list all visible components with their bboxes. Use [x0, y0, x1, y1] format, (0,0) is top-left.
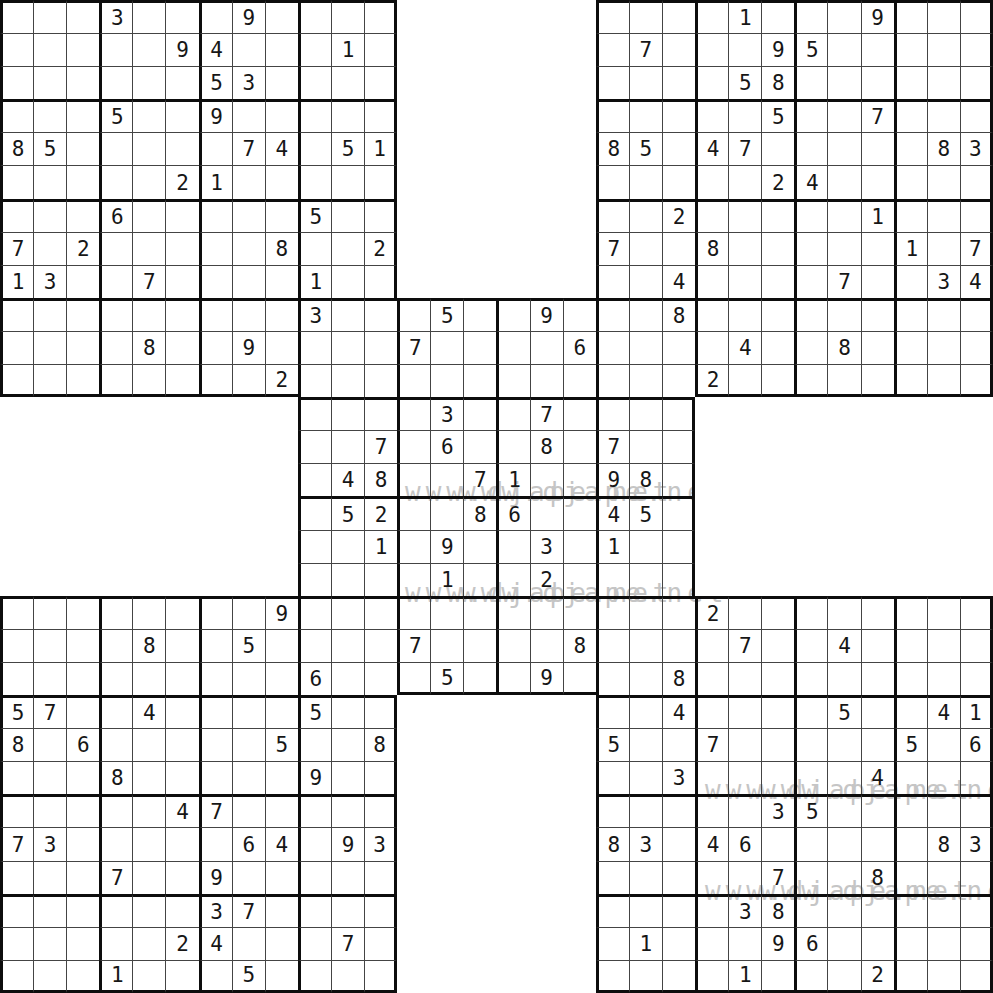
cell-r22c25	[794, 695, 827, 728]
cell-r12c4	[99, 364, 132, 397]
cell-r2c27	[861, 33, 894, 66]
cell-r14c28	[894, 430, 927, 463]
cell-r8c14	[430, 232, 463, 265]
cell-r24c5	[132, 761, 165, 794]
cell-r8c3: 2	[66, 232, 99, 265]
cell-r5c14	[430, 132, 463, 165]
cell-r13c1	[0, 397, 33, 430]
cell-r11c12	[364, 331, 397, 364]
cell-r9c9	[265, 265, 298, 298]
cell-r26c12: 3	[364, 827, 397, 860]
cell-r22c7	[199, 695, 232, 728]
cell-r18c20	[629, 563, 662, 596]
cell-r8c11	[331, 232, 364, 265]
cell-r24c28	[894, 761, 927, 794]
cell-r21c4	[99, 662, 132, 695]
cell-r12c27	[861, 364, 894, 397]
cell-r27c10	[298, 861, 331, 894]
cell-r13c5	[132, 397, 165, 430]
cell-r13c22	[695, 397, 728, 430]
cell-r28c13	[397, 894, 430, 927]
cell-r15c13	[397, 463, 430, 496]
cell-r17c21	[662, 530, 695, 563]
cell-r4c11	[331, 99, 364, 132]
cell-r10c16	[496, 298, 529, 331]
cell-r3c18	[563, 66, 596, 99]
cell-r1c27: 9	[861, 0, 894, 33]
cell-r23c23	[728, 728, 761, 761]
cell-r23c21	[662, 728, 695, 761]
cell-r28c8: 7	[232, 894, 265, 927]
cell-r24c22	[695, 761, 728, 794]
cell-r23c27	[861, 728, 894, 761]
cell-r21c18	[563, 662, 596, 695]
cell-r22c19	[596, 695, 629, 728]
cell-r20c9	[265, 629, 298, 662]
cell-r23c24	[761, 728, 794, 761]
cell-r1c4: 3	[99, 0, 132, 33]
cell-r29c10	[298, 927, 331, 960]
cell-r4c18	[563, 99, 596, 132]
cell-r1c25	[794, 0, 827, 33]
cell-r27c11	[331, 861, 364, 894]
cell-r22c5: 4	[132, 695, 165, 728]
cell-r8c25	[794, 232, 827, 265]
cell-r9c12	[364, 265, 397, 298]
cell-r15c8	[232, 463, 265, 496]
cell-r22c11	[331, 695, 364, 728]
cell-r27c12	[364, 861, 397, 894]
cell-r4c1	[0, 99, 33, 132]
cell-r11c23: 4	[728, 331, 761, 364]
cell-r10c1	[0, 298, 33, 331]
cell-r20c20	[629, 629, 662, 662]
cell-r9c30: 4	[960, 265, 993, 298]
cell-r15c11: 4	[331, 463, 364, 496]
cell-r4c5	[132, 99, 165, 132]
cell-r30c9	[265, 960, 298, 993]
cell-r24c12	[364, 761, 397, 794]
cell-r14c16	[496, 430, 529, 463]
cell-r23c22: 7	[695, 728, 728, 761]
cell-r22c28	[894, 695, 927, 728]
cell-r8c1: 7	[0, 232, 33, 265]
cell-r17c25	[794, 530, 827, 563]
cell-r2c9	[265, 33, 298, 66]
cell-r13c29	[927, 397, 960, 430]
cell-r20c8: 5	[232, 629, 265, 662]
cell-r11c28	[894, 331, 927, 364]
cell-r13c4	[99, 397, 132, 430]
cell-r18c3	[66, 563, 99, 596]
cell-r21c8	[232, 662, 265, 695]
cell-r7c7	[199, 199, 232, 232]
cell-r17c17: 3	[530, 530, 563, 563]
cell-r29c16	[496, 927, 529, 960]
cell-r21c28	[894, 662, 927, 695]
cell-r9c11	[331, 265, 364, 298]
cell-r2c15	[463, 33, 496, 66]
cell-r3c26	[827, 66, 860, 99]
cell-r21c6	[165, 662, 198, 695]
cell-r29c5	[132, 927, 165, 960]
cell-r27c17	[530, 861, 563, 894]
cell-r15c21	[662, 463, 695, 496]
cell-r13c27	[861, 397, 894, 430]
cell-r27c13	[397, 861, 430, 894]
cell-r11c25	[794, 331, 827, 364]
cell-r18c26	[827, 563, 860, 596]
cell-r2c17	[530, 33, 563, 66]
cell-r18c30	[960, 563, 993, 596]
cell-r26c13	[397, 827, 430, 860]
cell-r13c20	[629, 397, 662, 430]
cell-r29c11: 7	[331, 927, 364, 960]
cell-r7c28	[894, 199, 927, 232]
cell-r13c12	[364, 397, 397, 430]
cell-r20c26: 4	[827, 629, 860, 662]
cell-r19c17	[530, 596, 563, 629]
cell-r28c15	[463, 894, 496, 927]
cell-r19c20	[629, 596, 662, 629]
cell-r9c28	[894, 265, 927, 298]
cell-r1c14	[430, 0, 463, 33]
cell-r14c13	[397, 430, 430, 463]
cell-r26c21	[662, 827, 695, 860]
cell-r11c10	[298, 331, 331, 364]
cell-r29c18	[563, 927, 596, 960]
cell-r14c2	[33, 430, 66, 463]
cell-r7c29	[927, 199, 960, 232]
cell-r11c2	[33, 331, 66, 364]
cell-r2c13	[397, 33, 430, 66]
cell-r23c6	[165, 728, 198, 761]
cell-r13c11	[331, 397, 364, 430]
cell-r29c27	[861, 927, 894, 960]
cell-r7c26	[827, 199, 860, 232]
cell-r30c4: 1	[99, 960, 132, 993]
cell-r17c5	[132, 530, 165, 563]
cell-r17c11	[331, 530, 364, 563]
cell-r18c2	[33, 563, 66, 596]
cell-r17c22	[695, 530, 728, 563]
cell-r19c16	[496, 596, 529, 629]
cell-r20c13: 7	[397, 629, 430, 662]
cell-r28c19	[596, 894, 629, 927]
cell-r21c3	[66, 662, 99, 695]
cell-r22c29: 4	[927, 695, 960, 728]
cell-r18c13	[397, 563, 430, 596]
cell-r10c24	[761, 298, 794, 331]
cell-r19c12	[364, 596, 397, 629]
cell-r19c13	[397, 596, 430, 629]
cell-r21c9	[265, 662, 298, 695]
cell-r14c26	[827, 430, 860, 463]
cell-r17c27	[861, 530, 894, 563]
cell-r13c30	[960, 397, 993, 430]
cell-r25c28	[894, 794, 927, 827]
cell-r4c4: 5	[99, 99, 132, 132]
cell-r7c16	[496, 199, 529, 232]
cell-r24c23	[728, 761, 761, 794]
cell-r1c1	[0, 0, 33, 33]
cell-r6c12	[364, 165, 397, 198]
cell-r7c18	[563, 199, 596, 232]
cell-r19c10	[298, 596, 331, 629]
cell-r22c20	[629, 695, 662, 728]
cell-r23c1: 8	[0, 728, 33, 761]
cell-r19c3	[66, 596, 99, 629]
cell-r5c2: 5	[33, 132, 66, 165]
cell-r30c20	[629, 960, 662, 993]
cell-r29c1	[0, 927, 33, 960]
cell-r1c23: 1	[728, 0, 761, 33]
cell-r25c26	[827, 794, 860, 827]
cell-r29c6: 2	[165, 927, 198, 960]
cell-r12c8	[232, 364, 265, 397]
cell-r23c7	[199, 728, 232, 761]
cell-r14c20	[629, 430, 662, 463]
cell-r13c10	[298, 397, 331, 430]
cell-r5c29: 8	[927, 132, 960, 165]
cell-r5c3	[66, 132, 99, 165]
cell-r8c7	[199, 232, 232, 265]
cell-r17c9	[265, 530, 298, 563]
cell-r10c3	[66, 298, 99, 331]
cell-r29c25: 6	[794, 927, 827, 960]
cell-r20c17	[530, 629, 563, 662]
cell-r1c7	[199, 0, 232, 33]
cell-r13c13	[397, 397, 430, 430]
cell-r25c15	[463, 794, 496, 827]
cell-r22c14	[430, 695, 463, 728]
cell-r1c5	[132, 0, 165, 33]
cell-r26c18	[563, 827, 596, 860]
cell-r4c30	[960, 99, 993, 132]
cell-r28c24: 8	[761, 894, 794, 927]
cell-r19c15	[463, 596, 496, 629]
cell-r18c11	[331, 563, 364, 596]
cell-r16c15: 8	[463, 496, 496, 529]
cell-r12c26	[827, 364, 860, 397]
cell-r25c17	[530, 794, 563, 827]
cell-r13c15	[463, 397, 496, 430]
cell-r29c19	[596, 927, 629, 960]
cell-r10c9	[265, 298, 298, 331]
cell-r16c29	[927, 496, 960, 529]
cell-r16c12: 2	[364, 496, 397, 529]
cell-r24c17	[530, 761, 563, 794]
cell-r18c27	[861, 563, 894, 596]
cell-r2c2	[33, 33, 66, 66]
cell-r19c11	[331, 596, 364, 629]
cell-r21c19	[596, 662, 629, 695]
cell-r27c22	[695, 861, 728, 894]
cell-r12c11	[331, 364, 364, 397]
cell-r16c20: 5	[629, 496, 662, 529]
cell-r20c12	[364, 629, 397, 662]
cell-r15c6	[165, 463, 198, 496]
cell-r20c1	[0, 629, 33, 662]
cell-r25c11	[331, 794, 364, 827]
cell-r10c10: 3	[298, 298, 331, 331]
cell-r24c3	[66, 761, 99, 794]
cell-r7c14	[430, 199, 463, 232]
cell-r16c14	[430, 496, 463, 529]
cell-r28c5	[132, 894, 165, 927]
cell-r16c18	[563, 496, 596, 529]
cell-r5c20: 5	[629, 132, 662, 165]
cell-r4c9	[265, 99, 298, 132]
cell-r14c4	[99, 430, 132, 463]
cell-r18c1	[0, 563, 33, 596]
cell-r9c7	[199, 265, 232, 298]
cell-r26c8: 6	[232, 827, 265, 860]
cell-r6c22	[695, 165, 728, 198]
cell-r5c18	[563, 132, 596, 165]
cell-r8c20	[629, 232, 662, 265]
cell-r21c14: 5	[430, 662, 463, 695]
cell-r1c19	[596, 0, 629, 33]
cell-r24c15	[463, 761, 496, 794]
cell-r24c21: 3	[662, 761, 695, 794]
cell-r10c15	[463, 298, 496, 331]
cell-r17c29	[927, 530, 960, 563]
cell-r4c21	[662, 99, 695, 132]
cell-r6c26	[827, 165, 860, 198]
cell-r14c1	[0, 430, 33, 463]
cell-r29c23	[728, 927, 761, 960]
cell-r9c8	[232, 265, 265, 298]
cell-r13c19	[596, 397, 629, 430]
cell-r8c26	[827, 232, 860, 265]
cell-r11c29	[927, 331, 960, 364]
cell-r13c8	[232, 397, 265, 430]
cell-r25c5	[132, 794, 165, 827]
cell-r30c17	[530, 960, 563, 993]
cell-r19c30	[960, 596, 993, 629]
cell-r26c11: 9	[331, 827, 364, 860]
cell-r15c20: 8	[629, 463, 662, 496]
cell-r26c5	[132, 827, 165, 860]
cell-r7c6	[165, 199, 198, 232]
cell-r2c4	[99, 33, 132, 66]
cell-r14c29	[927, 430, 960, 463]
cell-r6c10	[298, 165, 331, 198]
cell-r28c12	[364, 894, 397, 927]
cell-r17c3	[66, 530, 99, 563]
cell-r19c25	[794, 596, 827, 629]
cell-r28c14	[430, 894, 463, 927]
cell-r5c4	[99, 132, 132, 165]
cell-r16c26	[827, 496, 860, 529]
cell-r25c7: 7	[199, 794, 232, 827]
cell-r16c5	[132, 496, 165, 529]
cell-r22c18	[563, 695, 596, 728]
cell-r25c1	[0, 794, 33, 827]
cell-r27c2	[33, 861, 66, 894]
cell-r12c6	[165, 364, 198, 397]
cell-r25c8	[232, 794, 265, 827]
cell-r4c15	[463, 99, 496, 132]
cell-r15c24	[761, 463, 794, 496]
cell-r30c8: 5	[232, 960, 265, 993]
cell-r5c1: 8	[0, 132, 33, 165]
cell-r22c8	[232, 695, 265, 728]
cell-r10c26	[827, 298, 860, 331]
cell-r26c25	[794, 827, 827, 860]
cell-r15c27	[861, 463, 894, 496]
cell-r26c16	[496, 827, 529, 860]
cell-r29c28	[894, 927, 927, 960]
cell-r3c4	[99, 66, 132, 99]
cell-r3c6	[165, 66, 198, 99]
cell-r28c6	[165, 894, 198, 927]
cell-r12c28	[894, 364, 927, 397]
cell-r25c19	[596, 794, 629, 827]
cell-r4c12	[364, 99, 397, 132]
cell-r7c30	[960, 199, 993, 232]
cell-r18c14: 1	[430, 563, 463, 596]
cell-r18c29	[927, 563, 960, 596]
cell-r1c28	[894, 0, 927, 33]
cell-r22c22	[695, 695, 728, 728]
cell-r23c17	[530, 728, 563, 761]
cell-r24c27: 4	[861, 761, 894, 794]
cell-r23c2	[33, 728, 66, 761]
cell-r8c13	[397, 232, 430, 265]
cell-r12c9: 2	[265, 364, 298, 397]
cell-r15c4	[99, 463, 132, 496]
cell-r11c30	[960, 331, 993, 364]
cell-r4c8	[232, 99, 265, 132]
cell-r12c24	[761, 364, 794, 397]
cell-r17c2	[33, 530, 66, 563]
cell-r28c28	[894, 894, 927, 927]
cell-r17c26	[827, 530, 860, 563]
cell-r12c10	[298, 364, 331, 397]
cell-r11c6	[165, 331, 198, 364]
cell-r20c7	[199, 629, 232, 662]
cell-r23c11	[331, 728, 364, 761]
cell-r15c28	[894, 463, 927, 496]
cell-r24c20	[629, 761, 662, 794]
cell-r9c5: 7	[132, 265, 165, 298]
cell-r3c15	[463, 66, 496, 99]
cell-r11c21	[662, 331, 695, 364]
cell-r12c12	[364, 364, 397, 397]
cell-r3c8: 3	[232, 66, 265, 99]
cell-r30c13	[397, 960, 430, 993]
cell-r4c3	[66, 99, 99, 132]
cell-r15c14	[430, 463, 463, 496]
cell-r1c2	[33, 0, 66, 33]
cell-r24c16	[496, 761, 529, 794]
cell-r25c13	[397, 794, 430, 827]
cell-r22c27	[861, 695, 894, 728]
cell-r4c22	[695, 99, 728, 132]
cell-r7c3	[66, 199, 99, 232]
cell-r11c3	[66, 331, 99, 364]
cell-r15c15: 7	[463, 463, 496, 496]
cell-r11c8: 9	[232, 331, 265, 364]
cell-r15c17	[530, 463, 563, 496]
cell-r7c13	[397, 199, 430, 232]
cell-r16c27	[861, 496, 894, 529]
cell-r9c24	[761, 265, 794, 298]
cell-r24c11	[331, 761, 364, 794]
cell-r18c17: 2	[530, 563, 563, 596]
